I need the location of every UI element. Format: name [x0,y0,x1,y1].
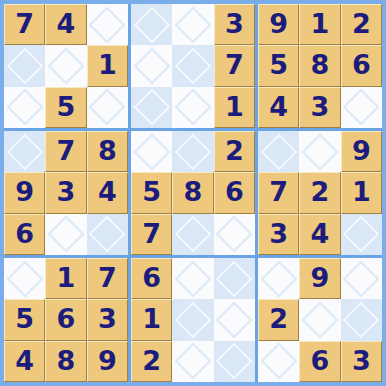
given-digit: 4 [98,178,117,205]
cell-r9c1: 4 [4,341,45,382]
cell-r2c6: 7 [214,45,255,86]
cell-r3c8: 3 [299,87,340,128]
cell-r7c8: 9 [299,258,340,299]
given-digit: 1 [352,178,371,205]
cell-r8c1: 5 [4,299,45,340]
empty-cell-diamond-icon [175,133,212,170]
given-digit: 1 [57,264,76,291]
given-digit: 3 [225,10,244,37]
empty-cell-diamond-icon [175,260,212,297]
empty-cell-diamond-icon [175,216,212,253]
cell-r8c7: 2 [258,299,299,340]
given-digit: 1 [225,93,244,120]
given-digit: 3 [269,220,288,247]
empty-cell-diamond-icon [6,260,43,297]
empty-cell-diamond-icon [89,6,126,43]
cell-r9c7[interactable] [258,341,299,382]
cell-r5c3: 4 [87,172,128,213]
empty-cell-diamond-icon [343,89,380,126]
cell-r8c4: 1 [131,299,172,340]
cell-r2c3: 1 [87,45,128,86]
cell-r9c8: 6 [299,341,340,382]
empty-cell-diamond-icon [343,260,380,297]
empty-cell-diamond-icon [175,343,212,380]
given-digit: 2 [352,10,371,37]
cell-r5c8: 2 [299,172,340,213]
cell-r7c2: 1 [45,258,86,299]
cell-r7c6[interactable] [214,258,255,299]
cell-r7c9[interactable] [341,258,382,299]
sudoku-box-r3c3: 9263 [258,258,382,382]
cell-r2c9: 6 [341,45,382,86]
cell-r6c5[interactable] [172,214,213,255]
cell-r3c5[interactable] [172,87,213,128]
cell-r6c2[interactable] [45,214,86,255]
cell-r7c4: 6 [131,258,172,299]
empty-cell-diamond-icon [260,133,297,170]
given-digit: 6 [15,220,34,247]
empty-cell-diamond-icon [133,89,170,126]
cell-r8c9[interactable] [341,299,382,340]
given-digit: 5 [142,178,161,205]
cell-r9c3: 9 [87,341,128,382]
cell-r6c9[interactable] [341,214,382,255]
cell-r7c7[interactable] [258,258,299,299]
empty-cell-diamond-icon [216,343,253,380]
given-digit: 6 [142,264,161,291]
given-digit: 9 [98,347,117,374]
cell-r6c7: 3 [258,214,299,255]
sudoku-box-r1c1: 7415 [4,4,128,128]
empty-cell-diamond-icon [302,302,339,339]
given-digit: 2 [142,347,161,374]
cell-r3c6: 1 [214,87,255,128]
empty-cell-diamond-icon [343,216,380,253]
empty-cell-diamond-icon [216,216,253,253]
cell-r9c9: 3 [341,341,382,382]
cell-r9c4: 2 [131,341,172,382]
empty-cell-diamond-icon [216,302,253,339]
given-digit: 4 [57,10,76,37]
given-digit: 7 [98,264,117,291]
cell-r6c1: 6 [4,214,45,255]
given-digit: 6 [352,51,371,78]
cell-r7c3: 7 [87,258,128,299]
cell-r8c8[interactable] [299,299,340,340]
empty-cell-diamond-icon [133,133,170,170]
given-digit: 8 [311,51,330,78]
sudoku-box-r3c1: 17563489 [4,258,128,382]
empty-cell-diamond-icon [343,302,380,339]
cell-r5c4: 5 [131,172,172,213]
cell-r1c9: 2 [341,4,382,45]
given-digit: 7 [225,51,244,78]
given-digit: 5 [269,51,288,78]
sudoku-box-r1c3: 91258643 [258,4,382,128]
cell-r5c7: 7 [258,172,299,213]
cell-r1c4[interactable] [131,4,172,45]
given-digit: 4 [311,220,330,247]
cell-r6c6[interactable] [214,214,255,255]
cell-r1c7: 9 [258,4,299,45]
given-digit: 8 [57,347,76,374]
sudoku-box-r2c1: 789346 [4,131,128,255]
cell-r4c2: 7 [45,131,86,172]
cell-r4c1[interactable] [4,131,45,172]
empty-cell-diamond-icon [302,133,339,170]
given-digit: 2 [225,137,244,164]
cell-r1c8: 1 [299,4,340,45]
empty-cell-diamond-icon [175,48,212,85]
given-digit: 9 [269,10,288,37]
empty-cell-diamond-icon [48,48,85,85]
cell-r2c4[interactable] [131,45,172,86]
given-digit: 2 [311,178,330,205]
empty-cell-diamond-icon [89,216,126,253]
given-digit: 3 [311,93,330,120]
cell-r5c5: 8 [172,172,213,213]
cell-r2c2[interactable] [45,45,86,86]
empty-cell-diamond-icon [175,6,212,43]
cell-r4c8[interactable] [299,131,340,172]
cell-r3c2: 5 [45,87,86,128]
cell-r3c9[interactable] [341,87,382,128]
cell-r2c1[interactable] [4,45,45,86]
cell-r5c2: 3 [45,172,86,213]
given-digit: 6 [311,347,330,374]
sudoku-board: 7415371912586437893462586797213417563489… [0,0,386,386]
cell-r1c3[interactable] [87,4,128,45]
given-digit: 3 [98,305,117,332]
given-digit: 3 [57,178,76,205]
cell-r1c6: 3 [214,4,255,45]
empty-cell-diamond-icon [6,89,43,126]
given-digit: 1 [311,10,330,37]
cell-r3c7: 4 [258,87,299,128]
empty-cell-diamond-icon [260,260,297,297]
cell-r6c4: 7 [131,214,172,255]
sudoku-box-r1c2: 371 [131,4,255,128]
given-digit: 7 [15,10,34,37]
empty-cell-diamond-icon [175,89,212,126]
cell-r8c5[interactable] [172,299,213,340]
cell-r8c3: 3 [87,299,128,340]
given-digit: 9 [352,137,371,164]
empty-cell-diamond-icon [260,343,297,380]
cell-r7c1[interactable] [4,258,45,299]
given-digit: 6 [225,178,244,205]
cell-r8c6[interactable] [214,299,255,340]
cell-r9c5[interactable] [172,341,213,382]
given-digit: 7 [142,220,161,247]
cell-r4c6: 2 [214,131,255,172]
given-digit: 3 [352,347,371,374]
cell-r6c8: 4 [299,214,340,255]
given-digit: 4 [15,347,34,374]
given-digit: 8 [98,137,117,164]
cell-r1c5[interactable] [172,4,213,45]
given-digit: 5 [57,93,76,120]
given-digit: 1 [142,305,161,332]
empty-cell-diamond-icon [175,302,212,339]
cell-r4c5[interactable] [172,131,213,172]
given-digit: 5 [15,305,34,332]
sudoku-box-r2c3: 972134 [258,131,382,255]
cell-r7c5[interactable] [172,258,213,299]
given-digit: 7 [57,137,76,164]
cell-r4c7[interactable] [258,131,299,172]
empty-cell-diamond-icon [133,48,170,85]
given-digit: 9 [311,264,330,291]
sudoku-grid: 7415371912586437893462586797213417563489… [4,4,382,382]
given-digit: 2 [269,305,288,332]
given-digit: 9 [15,178,34,205]
cell-r6c3[interactable] [87,214,128,255]
cell-r5c6: 6 [214,172,255,213]
cell-r8c2: 6 [45,299,86,340]
given-digit: 8 [184,178,203,205]
cell-r5c1: 9 [4,172,45,213]
given-digit: 4 [269,93,288,120]
empty-cell-diamond-icon [133,6,170,43]
empty-cell-diamond-icon [6,48,43,85]
cell-r9c2: 8 [45,341,86,382]
cell-r1c2: 4 [45,4,86,45]
cell-r4c4[interactable] [131,131,172,172]
given-digit: 1 [98,51,117,78]
empty-cell-diamond-icon [48,216,85,253]
cell-r4c9: 9 [341,131,382,172]
cell-r3c4[interactable] [131,87,172,128]
cell-r9c6[interactable] [214,341,255,382]
cell-r2c7: 5 [258,45,299,86]
cell-r4c3: 8 [87,131,128,172]
sudoku-box-r2c2: 25867 [131,131,255,255]
cell-r5c9: 1 [341,172,382,213]
cell-r3c1[interactable] [4,87,45,128]
cell-r1c1: 7 [4,4,45,45]
cell-r3c3[interactable] [87,87,128,128]
empty-cell-diamond-icon [6,133,43,170]
cell-r2c5[interactable] [172,45,213,86]
given-digit: 7 [269,178,288,205]
empty-cell-diamond-icon [216,260,253,297]
sudoku-box-r3c2: 612 [131,258,255,382]
cell-r2c8: 8 [299,45,340,86]
empty-cell-diamond-icon [89,89,126,126]
given-digit: 6 [57,305,76,332]
